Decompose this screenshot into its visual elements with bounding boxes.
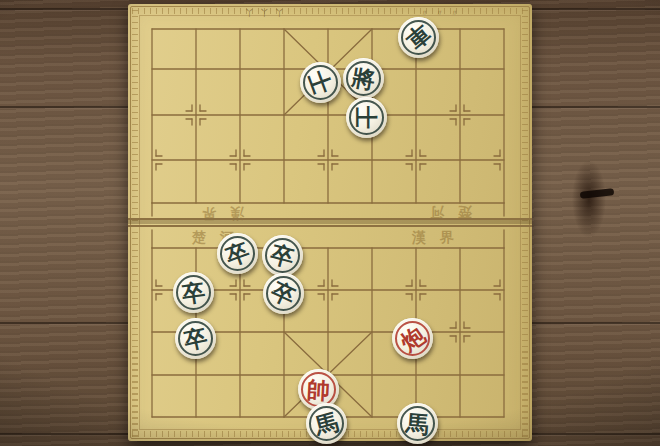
piece-black-soldier-5[interactable]: 卒 xyxy=(175,318,216,359)
piece-black-soldier-3[interactable]: 卒 xyxy=(173,272,214,313)
piece-black-horse-2[interactable]: 馬 xyxy=(397,403,438,444)
piece-black-soldier-1[interactable]: 卒 xyxy=(217,233,258,274)
black-soldier-5-glyph: 卒 xyxy=(171,314,220,363)
board-fold-seam xyxy=(128,225,532,227)
black-advisor-2-glyph: 士 xyxy=(346,97,387,138)
piece-red-cannon[interactable]: 炮 xyxy=(392,318,433,359)
river-label-bottom-right: 漢界 xyxy=(412,229,468,247)
photo-frame: 丫丫丫 〃〃〃 漢界 楚河 楚河 漢界 車士將士卒卒卒卒卒炮帥馬馬 xyxy=(0,0,660,446)
xiangqi-board[interactable]: 丫丫丫 〃〃〃 漢界 楚河 楚河 漢界 車士將士卒卒卒卒卒炮帥馬馬 xyxy=(128,4,532,441)
piece-black-advisor-2[interactable]: 士 xyxy=(346,97,387,138)
piece-black-soldier-4[interactable]: 卒 xyxy=(263,273,304,314)
piece-black-advisor-1[interactable]: 士 xyxy=(300,62,341,103)
wood-knot xyxy=(572,160,606,238)
black-horse-2-glyph: 馬 xyxy=(395,401,439,445)
piece-black-horse-1[interactable]: 馬 xyxy=(306,403,347,444)
board-fold-seam-shadow xyxy=(128,220,532,224)
piece-black-chariot[interactable]: 車 xyxy=(398,17,439,58)
piece-black-general[interactable]: 將 xyxy=(343,58,384,99)
black-soldier-3-glyph: 卒 xyxy=(170,269,216,315)
